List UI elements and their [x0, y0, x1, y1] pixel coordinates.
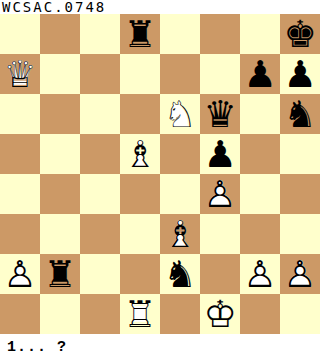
- square-h8[interactable]: ♚: [280, 14, 320, 54]
- piece-white-bishop: ♝♗: [120, 134, 160, 174]
- piece-glyph: ♞: [280, 94, 320, 134]
- square-a2[interactable]: ♟♙: [0, 254, 40, 294]
- piece-outline: ♗: [160, 214, 200, 254]
- square-d7[interactable]: [120, 54, 160, 94]
- piece-outline: ♘: [160, 94, 200, 134]
- square-f2[interactable]: [200, 254, 240, 294]
- square-f3[interactable]: [200, 214, 240, 254]
- square-e8[interactable]: [160, 14, 200, 54]
- square-h5[interactable]: [280, 134, 320, 174]
- piece-white-king: ♚♔: [200, 294, 240, 334]
- square-g3[interactable]: [240, 214, 280, 254]
- piece-glyph: ♟: [200, 134, 240, 174]
- piece-glyph: ♛: [200, 94, 240, 134]
- square-g6[interactable]: [240, 94, 280, 134]
- square-h6[interactable]: ♞: [280, 94, 320, 134]
- square-e7[interactable]: [160, 54, 200, 94]
- piece-black-king: ♚: [280, 14, 320, 54]
- square-b6[interactable]: [40, 94, 80, 134]
- piece-glyph: ♚: [280, 14, 320, 54]
- square-e4[interactable]: [160, 174, 200, 214]
- square-d3[interactable]: [120, 214, 160, 254]
- square-c6[interactable]: [80, 94, 120, 134]
- square-b8[interactable]: [40, 14, 80, 54]
- piece-outline: ♙: [0, 254, 40, 294]
- square-c5[interactable]: [80, 134, 120, 174]
- square-f6[interactable]: ♛: [200, 94, 240, 134]
- chess-board: ♜♚♛♕♟♟♞♘♛♞♝♗♟♟♙♝♗♟♙♜♞♟♙♟♙♜♖♚♔: [0, 14, 320, 334]
- piece-glyph: ♜: [40, 254, 80, 294]
- square-c7[interactable]: [80, 54, 120, 94]
- square-g7[interactable]: ♟: [240, 54, 280, 94]
- square-a7[interactable]: ♛♕: [0, 54, 40, 94]
- square-d5[interactable]: ♝♗: [120, 134, 160, 174]
- square-d8[interactable]: ♜: [120, 14, 160, 54]
- piece-white-bishop: ♝♗: [160, 214, 200, 254]
- piece-glyph: ♟: [240, 54, 280, 94]
- move-prompt: 1... ?: [0, 334, 320, 360]
- square-d1[interactable]: ♜♖: [120, 294, 160, 334]
- piece-black-rook: ♜: [40, 254, 80, 294]
- square-b7[interactable]: [40, 54, 80, 94]
- piece-black-knight: ♞: [160, 254, 200, 294]
- square-f5[interactable]: ♟: [200, 134, 240, 174]
- square-b1[interactable]: [40, 294, 80, 334]
- square-c4[interactable]: [80, 174, 120, 214]
- piece-white-queen: ♛♕: [0, 54, 40, 94]
- square-g5[interactable]: [240, 134, 280, 174]
- square-b5[interactable]: [40, 134, 80, 174]
- square-a4[interactable]: [0, 174, 40, 214]
- square-d6[interactable]: [120, 94, 160, 134]
- piece-white-pawn: ♟♙: [0, 254, 40, 294]
- piece-outline: ♙: [240, 254, 280, 294]
- square-f7[interactable]: [200, 54, 240, 94]
- piece-glyph: ♜: [120, 14, 160, 54]
- piece-black-rook: ♜: [120, 14, 160, 54]
- square-h7[interactable]: ♟: [280, 54, 320, 94]
- piece-outline: ♖: [120, 294, 160, 334]
- piece-white-pawn: ♟♙: [240, 254, 280, 294]
- square-b2[interactable]: ♜: [40, 254, 80, 294]
- square-e6[interactable]: ♞♘: [160, 94, 200, 134]
- piece-outline: ♔: [200, 294, 240, 334]
- square-h3[interactable]: [280, 214, 320, 254]
- square-c3[interactable]: [80, 214, 120, 254]
- square-f8[interactable]: [200, 14, 240, 54]
- square-h1[interactable]: [280, 294, 320, 334]
- square-g8[interactable]: [240, 14, 280, 54]
- piece-outline: ♙: [200, 174, 240, 214]
- square-e3[interactable]: ♝♗: [160, 214, 200, 254]
- piece-outline: ♙: [280, 254, 320, 294]
- piece-white-rook: ♜♖: [120, 294, 160, 334]
- square-c8[interactable]: [80, 14, 120, 54]
- piece-outline: ♕: [0, 54, 40, 94]
- piece-black-queen: ♛: [200, 94, 240, 134]
- square-e5[interactable]: [160, 134, 200, 174]
- square-g1[interactable]: [240, 294, 280, 334]
- piece-black-knight: ♞: [280, 94, 320, 134]
- square-f4[interactable]: ♟♙: [200, 174, 240, 214]
- piece-outline: ♗: [120, 134, 160, 174]
- square-a5[interactable]: [0, 134, 40, 174]
- square-b4[interactable]: [40, 174, 80, 214]
- square-e2[interactable]: ♞: [160, 254, 200, 294]
- piece-white-pawn: ♟♙: [200, 174, 240, 214]
- square-g4[interactable]: [240, 174, 280, 214]
- piece-black-pawn: ♟: [240, 54, 280, 94]
- diagram-title: WCSAC.0748: [0, 0, 320, 14]
- square-h4[interactable]: [280, 174, 320, 214]
- square-c1[interactable]: [80, 294, 120, 334]
- square-a8[interactable]: [0, 14, 40, 54]
- piece-glyph: ♟: [280, 54, 320, 94]
- square-f1[interactable]: ♚♔: [200, 294, 240, 334]
- piece-black-pawn: ♟: [280, 54, 320, 94]
- square-a1[interactable]: [0, 294, 40, 334]
- square-b3[interactable]: [40, 214, 80, 254]
- piece-white-pawn: ♟♙: [280, 254, 320, 294]
- square-a3[interactable]: [0, 214, 40, 254]
- square-h2[interactable]: ♟♙: [280, 254, 320, 294]
- piece-black-pawn: ♟: [200, 134, 240, 174]
- piece-glyph: ♞: [160, 254, 200, 294]
- square-g2[interactable]: ♟♙: [240, 254, 280, 294]
- piece-white-knight: ♞♘: [160, 94, 200, 134]
- square-e1[interactable]: [160, 294, 200, 334]
- square-a6[interactable]: [0, 94, 40, 134]
- square-d4[interactable]: [120, 174, 160, 214]
- square-c2[interactable]: [80, 254, 120, 294]
- square-d2[interactable]: [120, 254, 160, 294]
